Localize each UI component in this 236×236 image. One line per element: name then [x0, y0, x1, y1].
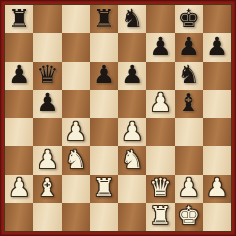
- square-b6[interactable]: ♛: [33, 62, 61, 90]
- square-e3[interactable]: ♞: [118, 146, 146, 174]
- square-e2[interactable]: [118, 175, 146, 203]
- square-f7[interactable]: ♟: [146, 33, 174, 61]
- square-c8[interactable]: [62, 5, 90, 33]
- square-g8[interactable]: ♚: [175, 5, 203, 33]
- square-h2[interactable]: ♟: [203, 175, 231, 203]
- square-b2[interactable]: ♝: [33, 175, 61, 203]
- square-a2[interactable]: ♟: [5, 175, 33, 203]
- square-g6[interactable]: ♞: [175, 62, 203, 90]
- square-a7[interactable]: [5, 33, 33, 61]
- square-d4[interactable]: [90, 118, 118, 146]
- square-c6[interactable]: [62, 62, 90, 90]
- square-g2[interactable]: ♟: [175, 175, 203, 203]
- black-pawn-piece: ♟: [93, 62, 115, 87]
- square-a3[interactable]: [5, 146, 33, 174]
- square-a8[interactable]: ♜: [5, 5, 33, 33]
- square-f8[interactable]: [146, 5, 174, 33]
- white-bishop-piece: ♝: [36, 175, 58, 200]
- square-h1[interactable]: [203, 203, 231, 231]
- square-b1[interactable]: [33, 203, 61, 231]
- square-b8[interactable]: [33, 5, 61, 33]
- square-c2[interactable]: [62, 175, 90, 203]
- white-king-piece: ♚: [177, 203, 199, 228]
- black-pawn-piece: ♟: [149, 34, 171, 59]
- white-queen-piece: ♛: [149, 175, 171, 200]
- square-b7[interactable]: [33, 33, 61, 61]
- square-h6[interactable]: [203, 62, 231, 90]
- square-f1[interactable]: ♜: [146, 203, 174, 231]
- square-e8[interactable]: ♞: [118, 5, 146, 33]
- square-c7[interactable]: [62, 33, 90, 61]
- square-a1[interactable]: [5, 203, 33, 231]
- square-e6[interactable]: ♟: [118, 62, 146, 90]
- square-f6[interactable]: [146, 62, 174, 90]
- square-a5[interactable]: [5, 90, 33, 118]
- black-pawn-piece: ♟: [206, 34, 228, 59]
- square-h3[interactable]: [203, 146, 231, 174]
- square-d6[interactable]: ♟: [90, 62, 118, 90]
- square-c1[interactable]: [62, 203, 90, 231]
- black-pawn-piece: ♟: [121, 62, 143, 87]
- square-h8[interactable]: [203, 5, 231, 33]
- black-pawn-piece: ♟: [177, 34, 199, 59]
- square-e5[interactable]: [118, 90, 146, 118]
- square-f4[interactable]: [146, 118, 174, 146]
- board-frame: ♜♜♞♚♟♟♟♟♛♟♟♞♟♟♝♟♟♟♞♞♟♝♜♛♟♟♜♚: [0, 0, 236, 236]
- square-f3[interactable]: [146, 146, 174, 174]
- square-h7[interactable]: ♟: [203, 33, 231, 61]
- square-h4[interactable]: [203, 118, 231, 146]
- black-pawn-piece: ♟: [8, 62, 30, 87]
- square-g5[interactable]: ♝: [175, 90, 203, 118]
- white-pawn-piece: ♟: [177, 175, 199, 200]
- white-knight-piece: ♞: [121, 147, 143, 172]
- white-pawn-piece: ♟: [36, 147, 58, 172]
- white-pawn-piece: ♟: [8, 175, 30, 200]
- square-d5[interactable]: [90, 90, 118, 118]
- black-bishop-piece: ♝: [177, 90, 199, 115]
- square-g3[interactable]: [175, 146, 203, 174]
- square-d8[interactable]: ♜: [90, 5, 118, 33]
- square-b4[interactable]: [33, 118, 61, 146]
- square-g4[interactable]: [175, 118, 203, 146]
- square-b3[interactable]: ♟: [33, 146, 61, 174]
- square-f2[interactable]: ♛: [146, 175, 174, 203]
- square-c4[interactable]: ♟: [62, 118, 90, 146]
- square-e4[interactable]: ♟: [118, 118, 146, 146]
- square-h5[interactable]: [203, 90, 231, 118]
- white-pawn-piece: ♟: [64, 119, 86, 144]
- square-e1[interactable]: [118, 203, 146, 231]
- square-c3[interactable]: ♞: [62, 146, 90, 174]
- white-pawn-piece: ♟: [149, 90, 171, 115]
- black-rook-piece: ♜: [8, 6, 30, 31]
- square-d3[interactable]: [90, 146, 118, 174]
- white-knight-piece: ♞: [64, 147, 86, 172]
- white-rook-piece: ♜: [149, 203, 171, 228]
- square-d7[interactable]: [90, 33, 118, 61]
- white-pawn-piece: ♟: [121, 119, 143, 144]
- chess-board: ♜♜♞♚♟♟♟♟♛♟♟♞♟♟♝♟♟♟♞♞♟♝♜♛♟♟♜♚: [5, 5, 231, 231]
- square-e7[interactable]: [118, 33, 146, 61]
- black-king-piece: ♚: [177, 6, 199, 31]
- square-b5[interactable]: ♟: [33, 90, 61, 118]
- white-rook-piece: ♜: [93, 175, 115, 200]
- square-a6[interactable]: ♟: [5, 62, 33, 90]
- black-knight-piece: ♞: [177, 62, 199, 87]
- black-pawn-piece: ♟: [36, 90, 58, 115]
- square-f5[interactable]: ♟: [146, 90, 174, 118]
- square-g1[interactable]: ♚: [175, 203, 203, 231]
- square-g7[interactable]: ♟: [175, 33, 203, 61]
- square-c5[interactable]: [62, 90, 90, 118]
- black-rook-piece: ♜: [93, 6, 115, 31]
- square-d1[interactable]: [90, 203, 118, 231]
- square-a4[interactable]: [5, 118, 33, 146]
- square-d2[interactable]: ♜: [90, 175, 118, 203]
- white-pawn-piece: ♟: [206, 175, 228, 200]
- black-knight-piece: ♞: [121, 6, 143, 31]
- black-queen-piece: ♛: [36, 62, 58, 87]
